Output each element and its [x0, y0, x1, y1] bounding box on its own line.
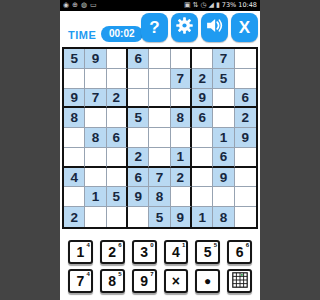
cell-r6c6[interactable]: 1 [171, 148, 192, 168]
cell-r9c9[interactable] [235, 207, 256, 227]
cell-r9c7[interactable]: 1 [192, 207, 213, 227]
screenshot-icon: ▭ [90, 0, 97, 11]
cell-r2c8[interactable]: 5 [213, 69, 234, 89]
cell-r3c9[interactable]: 6 [235, 89, 256, 109]
cell-r7c4[interactable]: 6 [128, 168, 149, 188]
digit-key-value: 9 [140, 273, 148, 289]
cell-r2c1[interactable] [64, 69, 85, 89]
cell-r1c3[interactable] [107, 49, 128, 69]
erase-x-icon: × [172, 273, 180, 289]
close-button[interactable]: X [231, 13, 258, 42]
cell-r6c2[interactable] [85, 148, 106, 168]
cell-r8c6[interactable] [171, 187, 192, 207]
cell-r6c1[interactable] [64, 148, 85, 168]
cell-r3c4[interactable] [128, 89, 149, 109]
cell-r8c3[interactable]: 5 [107, 187, 128, 207]
cell-r5c1[interactable] [64, 128, 85, 148]
digit-key-2[interactable]: 26 [100, 240, 125, 264]
digit-remaining-count: 1 [182, 241, 185, 249]
cell-r3c5[interactable] [149, 89, 170, 109]
signal-icon: ◢ [209, 0, 214, 11]
cell-r5c8[interactable]: 1 [213, 128, 234, 148]
cell-r8c9[interactable] [235, 187, 256, 207]
app-screen: ◉ ⊕ ◍ ▭ ▣ ⇅ ◷ ◢ ▮ 73% 10:48 TIME 00:02 ? [60, 0, 260, 300]
speaker-icon [205, 16, 224, 40]
gear-icon [175, 16, 194, 40]
cell-r2c5[interactable] [149, 69, 170, 89]
cell-r7c5[interactable]: 7 [149, 168, 170, 188]
digit-remaining-count: 5 [118, 270, 121, 278]
digit-remaining-count: 5 [214, 241, 217, 249]
cell-r4c1[interactable]: 8 [64, 108, 85, 128]
digit-key-5[interactable]: 55 [195, 240, 220, 264]
digit-key-1[interactable]: 14 [68, 240, 93, 264]
numpad: 142630415566748597 × ● [68, 240, 252, 293]
cell-r8c2[interactable]: 1 [85, 187, 106, 207]
timer-value: 00:02 [101, 26, 143, 42]
digit-key-6[interactable]: 66 [227, 240, 252, 264]
digit-remaining-count: 0 [150, 241, 153, 249]
notification-icon-3: ◍ [81, 0, 87, 11]
cell-r3c3[interactable]: 2 [107, 89, 128, 109]
cell-r3c2[interactable]: 7 [85, 89, 106, 109]
digit-remaining-count: 4 [86, 270, 89, 278]
digit-key-value: 8 [108, 273, 116, 289]
settings-button[interactable] [171, 13, 198, 42]
cell-r4c3[interactable] [107, 108, 128, 128]
cell-r6c8[interactable]: 6 [213, 148, 234, 168]
game-header: TIME 00:02 ? [60, 11, 260, 47]
digit-key-7[interactable]: 74 [68, 269, 93, 293]
digit-remaining-count: 7 [150, 270, 153, 278]
cell-r5c7[interactable] [192, 128, 213, 148]
cell-r4c9[interactable]: 2 [235, 108, 256, 128]
cell-r1c6[interactable] [171, 49, 192, 69]
cast-icon: ▣ [184, 0, 191, 11]
cell-r2c4[interactable] [128, 69, 149, 89]
digit-remaining-count: 4 [86, 241, 89, 249]
erase-button[interactable]: × [164, 269, 189, 293]
status-right-cluster: ▣ ⇅ ◷ ◢ ▮ 73% 10:48 [184, 0, 257, 11]
cell-r2c7[interactable]: 2 [192, 69, 213, 89]
digit-key-8[interactable]: 85 [100, 269, 125, 293]
cell-r4c6[interactable]: 8 [171, 108, 192, 128]
sound-button[interactable] [201, 13, 228, 42]
cell-r7c6[interactable]: 2 [171, 168, 192, 188]
digit-key-value: 7 [77, 273, 85, 289]
cell-r8c8[interactable] [213, 187, 234, 207]
cell-r4c8[interactable] [213, 108, 234, 128]
cell-r5c6[interactable] [171, 128, 192, 148]
time-label: TIME [68, 29, 96, 41]
digit-key-value: 5 [204, 244, 212, 260]
cell-r5c4[interactable] [128, 128, 149, 148]
status-clock: 10:48 [238, 0, 257, 11]
cell-r6c4[interactable]: 2 [128, 148, 149, 168]
grid-mode-button[interactable] [227, 269, 252, 293]
cell-r7c7[interactable] [192, 168, 213, 188]
grid-icon [232, 272, 248, 291]
cell-r5c9[interactable]: 9 [235, 128, 256, 148]
cell-r9c8[interactable]: 8 [213, 207, 234, 227]
cell-r2c3[interactable] [107, 69, 128, 89]
battery-percent: 73% [222, 0, 236, 11]
cell-r5c5[interactable] [149, 128, 170, 148]
android-status-bar: ◉ ⊕ ◍ ▭ ▣ ⇅ ◷ ◢ ▮ 73% 10:48 [60, 0, 260, 11]
cell-r7c1[interactable]: 4 [64, 168, 85, 188]
cell-r3c8[interactable] [213, 89, 234, 109]
sudoku-board: 59677259729685862861921646729159825918 [62, 47, 258, 229]
cell-r7c9[interactable] [235, 168, 256, 188]
cell-r5c3[interactable]: 6 [107, 128, 128, 148]
alarm-icon: ◷ [200, 0, 206, 11]
cell-r3c6[interactable] [171, 89, 192, 109]
cell-r3c1[interactable]: 9 [64, 89, 85, 109]
digit-key-value: 3 [140, 244, 148, 260]
digit-key-value: 1 [77, 244, 85, 260]
help-button[interactable]: ? [141, 13, 168, 42]
cell-r1c1[interactable]: 5 [64, 49, 85, 69]
question-mark-icon: ? [149, 18, 159, 38]
cell-r9c1[interactable]: 2 [64, 207, 85, 227]
cell-r4c2[interactable] [85, 108, 106, 128]
close-icon: X [239, 18, 250, 38]
cell-r4c5[interactable] [149, 108, 170, 128]
digit-remaining-count: 6 [246, 241, 249, 249]
cell-r2c9[interactable] [235, 69, 256, 89]
digit-key-4[interactable]: 41 [164, 240, 189, 264]
cell-r1c8[interactable]: 7 [213, 49, 234, 69]
pen-dot-icon: ● [204, 274, 211, 288]
cell-r1c9[interactable] [235, 49, 256, 69]
notification-icon-1: ◉ [63, 0, 69, 11]
cell-r6c9[interactable] [235, 148, 256, 168]
cell-r7c8[interactable]: 9 [213, 168, 234, 188]
digit-key-value: 4 [172, 244, 180, 260]
status-left-icons: ◉ ⊕ ◍ ▭ [63, 0, 97, 11]
digit-key-9[interactable]: 97 [132, 269, 157, 293]
data-sync-icon: ⇅ [193, 0, 199, 11]
cell-r8c4[interactable]: 9 [128, 187, 149, 207]
cell-r9c2[interactable] [85, 207, 106, 227]
cell-r1c7[interactable] [192, 49, 213, 69]
cell-r6c5[interactable] [149, 148, 170, 168]
digit-remaining-count: 6 [118, 241, 121, 249]
cell-r2c2[interactable] [85, 69, 106, 89]
cell-r8c5[interactable]: 8 [149, 187, 170, 207]
cell-r1c2[interactable]: 9 [85, 49, 106, 69]
cell-r8c1[interactable] [64, 187, 85, 207]
cell-r1c4[interactable]: 6 [128, 49, 149, 69]
cell-r8c7[interactable] [192, 187, 213, 207]
cell-r9c5[interactable]: 5 [149, 207, 170, 227]
cell-r1c5[interactable] [149, 49, 170, 69]
cell-r9c4[interactable] [128, 207, 149, 227]
cell-r4c7[interactable]: 6 [192, 108, 213, 128]
cell-r9c6[interactable]: 9 [171, 207, 192, 227]
digit-key-value: 6 [236, 244, 244, 260]
cell-r2c6[interactable]: 7 [171, 69, 192, 89]
cell-r7c2[interactable] [85, 168, 106, 188]
digit-key-3[interactable]: 30 [132, 240, 157, 264]
notification-icon-2: ⊕ [72, 0, 78, 11]
digit-key-value: 2 [108, 244, 116, 260]
cell-r6c7[interactable] [192, 148, 213, 168]
cell-r6c3[interactable] [107, 148, 128, 168]
pen-mode-button[interactable]: ● [195, 269, 220, 293]
cell-r7c3[interactable] [107, 168, 128, 188]
cell-r5c2[interactable]: 8 [85, 128, 106, 148]
cell-r4c4[interactable]: 5 [128, 108, 149, 128]
cell-r9c3[interactable] [107, 207, 128, 227]
header-buttons: ? [141, 13, 258, 42]
cell-r3c7[interactable]: 9 [192, 89, 213, 109]
battery-icon: ▮ [216, 0, 220, 11]
